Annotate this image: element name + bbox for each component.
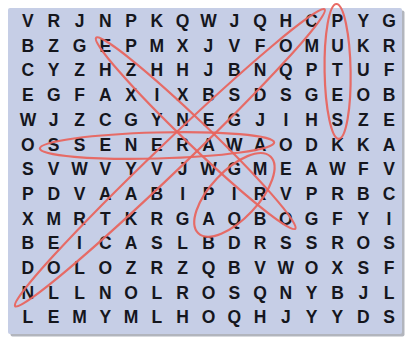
- cell-r9c5: K: [118, 207, 144, 232]
- cell-r13c7: H: [170, 306, 196, 331]
- cell-r4c15: B: [376, 84, 402, 109]
- cell-r5c13: S: [325, 108, 351, 133]
- cell-r13c10: H: [247, 306, 273, 331]
- cell-r6c7: R: [170, 133, 196, 158]
- cell-r13c8: O: [196, 306, 222, 331]
- cell-r5c8: E: [196, 108, 222, 133]
- cell-r8c12: P: [299, 182, 325, 207]
- cell-r10c3: I: [67, 232, 93, 257]
- cell-r13c13: Y: [325, 306, 351, 331]
- cell-r3c4: H: [92, 59, 118, 84]
- cell-r11c9: B: [221, 256, 247, 281]
- cell-r10c10: R: [247, 232, 273, 257]
- cell-r2c2: Z: [41, 34, 67, 59]
- cell-r13c6: L: [144, 306, 170, 331]
- cell-r11c1: D: [15, 256, 41, 281]
- cell-r13c5: M: [118, 306, 144, 331]
- cell-r3c10: N: [247, 59, 273, 84]
- cell-r3c7: H: [170, 59, 196, 84]
- cell-r6c9: W: [221, 133, 247, 158]
- cell-r11c6: R: [144, 256, 170, 281]
- cell-r7c9: G: [221, 158, 247, 183]
- cell-r2c15: R: [376, 34, 402, 59]
- cell-r10c5: A: [118, 232, 144, 257]
- cell-r11c13: X: [325, 256, 351, 281]
- cell-r8c14: B: [350, 182, 376, 207]
- cell-r11c5: Z: [118, 256, 144, 281]
- cell-r1c15: G: [376, 10, 402, 35]
- cell-r12c7: R: [170, 281, 196, 306]
- cell-r7c10: M: [247, 158, 273, 183]
- cell-r8c4: A: [92, 182, 118, 207]
- cell-r7c7: J: [170, 158, 196, 183]
- cell-r2c1: B: [15, 34, 41, 59]
- cell-r13c2: E: [41, 306, 67, 331]
- cell-r2c5: P: [118, 34, 144, 59]
- cell-r9c1: X: [15, 207, 41, 232]
- cell-r1c14: Y: [350, 10, 376, 35]
- cell-r9c6: R: [144, 207, 170, 232]
- cell-r10c8: B: [196, 232, 222, 257]
- cell-r4c1: E: [15, 84, 41, 109]
- cell-r8c2: D: [41, 182, 67, 207]
- cell-r6c14: K: [350, 133, 376, 158]
- cell-r3c3: Z: [67, 59, 93, 84]
- cell-r10c11: S: [273, 232, 299, 257]
- cell-r13c3: M: [67, 306, 93, 331]
- cell-r3c15: F: [376, 59, 402, 84]
- cell-r1c3: J: [67, 10, 93, 35]
- cell-r5c6: Y: [144, 108, 170, 133]
- cell-r8c15: C: [376, 182, 402, 207]
- cell-r6c10: A: [247, 133, 273, 158]
- cell-r8c13: R: [325, 182, 351, 207]
- cell-r2c12: M: [299, 34, 325, 59]
- cell-r12c9: S: [221, 281, 247, 306]
- cell-r7c13: W: [325, 158, 351, 183]
- cell-r2c7: X: [170, 34, 196, 59]
- cell-r9c15: I: [376, 207, 402, 232]
- letter-grid: VRJNPKQWJQHCPYGBZGEPMXJVFOMUKRCYZHZHHJBN…: [8, 8, 402, 330]
- cell-r12c5: O: [118, 281, 144, 306]
- cell-r2c6: M: [144, 34, 170, 59]
- cell-r12c10: Q: [247, 281, 273, 306]
- cell-r12c1: N: [15, 281, 41, 306]
- cell-r2c4: E: [92, 34, 118, 59]
- cell-r3c11: Q: [273, 59, 299, 84]
- cell-r5c1: W: [15, 108, 41, 133]
- cell-r2c8: J: [196, 34, 222, 59]
- cell-r12c4: N: [92, 281, 118, 306]
- cell-r6c11: O: [273, 133, 299, 158]
- cell-r5c9: G: [221, 108, 247, 133]
- cell-r13c11: J: [273, 306, 299, 331]
- cell-r7c6: V: [144, 158, 170, 183]
- cell-r4c5: X: [118, 84, 144, 109]
- cell-r8c3: V: [67, 182, 93, 207]
- cell-r13c9: Q: [221, 306, 247, 331]
- cell-r5c4: C: [92, 108, 118, 133]
- cell-r9c2: M: [41, 207, 67, 232]
- cell-r12c11: N: [273, 281, 299, 306]
- cell-r9c14: Y: [350, 207, 376, 232]
- cell-r2c14: K: [350, 34, 376, 59]
- cell-r12c3: L: [67, 281, 93, 306]
- cell-r10c1: B: [15, 232, 41, 257]
- cell-r10c7: L: [170, 232, 196, 257]
- cell-r4c8: B: [196, 84, 222, 109]
- cell-r3c2: Y: [41, 59, 67, 84]
- cell-r3c14: U: [350, 59, 376, 84]
- cell-r8c6: B: [144, 182, 170, 207]
- cell-r13c1: L: [15, 306, 41, 331]
- cell-r4c7: X: [170, 84, 196, 109]
- cell-r10c6: S: [144, 232, 170, 257]
- cell-r13c4: Y: [92, 306, 118, 331]
- cell-r5c2: J: [41, 108, 67, 133]
- cell-r4c12: G: [299, 84, 325, 109]
- cell-r2c3: G: [67, 34, 93, 59]
- cell-r4c9: S: [221, 84, 247, 109]
- cell-r10c4: C: [92, 232, 118, 257]
- cell-r8c10: R: [247, 182, 273, 207]
- cell-r10c14: O: [350, 232, 376, 257]
- cell-r11c7: Z: [170, 256, 196, 281]
- cell-r6c3: S: [67, 133, 93, 158]
- cell-r9c11: O: [273, 207, 299, 232]
- cell-r12c2: L: [41, 281, 67, 306]
- cell-r6c4: E: [92, 133, 118, 158]
- cell-r3c6: H: [144, 59, 170, 84]
- cell-r4c10: D: [247, 84, 273, 109]
- cell-r8c9: I: [221, 182, 247, 207]
- cell-r5c5: G: [118, 108, 144, 133]
- cell-r9c12: G: [299, 207, 325, 232]
- cell-r1c12: C: [299, 10, 325, 35]
- cell-r11c10: V: [247, 256, 273, 281]
- cell-r7c5: Y: [118, 158, 144, 183]
- cell-r9c13: F: [325, 207, 351, 232]
- cell-r8c1: P: [15, 182, 41, 207]
- cell-r8c11: V: [273, 182, 299, 207]
- cell-r6c2: S: [41, 133, 67, 158]
- cell-r11c12: O: [299, 256, 325, 281]
- cell-r4c6: I: [144, 84, 170, 109]
- cell-r5c7: N: [170, 108, 196, 133]
- cell-r4c14: O: [350, 84, 376, 109]
- cell-r2c9: V: [221, 34, 247, 59]
- cell-r9c8: A: [196, 207, 222, 232]
- cell-r12c8: O: [196, 281, 222, 306]
- cell-r9c9: Q: [221, 207, 247, 232]
- cell-r1c1: V: [15, 10, 41, 35]
- cell-r6c15: A: [376, 133, 402, 158]
- cell-r2c10: F: [247, 34, 273, 59]
- cell-r7c14: F: [350, 158, 376, 183]
- cell-r4c4: A: [92, 84, 118, 109]
- cell-r12c12: Y: [299, 281, 325, 306]
- cell-r1c4: N: [92, 10, 118, 35]
- cell-r11c8: Q: [196, 256, 222, 281]
- cell-r10c2: E: [41, 232, 67, 257]
- cell-r5c10: J: [247, 108, 273, 133]
- cell-r13c14: D: [350, 306, 376, 331]
- cell-r6c12: D: [299, 133, 325, 158]
- cell-r4c11: S: [273, 84, 299, 109]
- cell-r12c13: B: [325, 281, 351, 306]
- cell-r11c4: O: [92, 256, 118, 281]
- cell-r3c12: P: [299, 59, 325, 84]
- cell-r1c13: P: [325, 10, 351, 35]
- cell-r11c14: S: [350, 256, 376, 281]
- cell-r12c15: L: [376, 281, 402, 306]
- cell-r11c3: L: [67, 256, 93, 281]
- cell-r9c10: B: [247, 207, 273, 232]
- cell-r1c5: P: [118, 10, 144, 35]
- cell-r5c3: Z: [67, 108, 93, 133]
- cell-r10c13: R: [325, 232, 351, 257]
- cell-r6c8: A: [196, 133, 222, 158]
- cell-r1c10: Q: [247, 10, 273, 35]
- cell-r7c12: A: [299, 158, 325, 183]
- cell-r7c2: V: [41, 158, 67, 183]
- cell-r6c1: O: [15, 133, 41, 158]
- cell-r3c1: C: [15, 59, 41, 84]
- cell-r9c3: R: [67, 207, 93, 232]
- cell-r10c15: S: [376, 232, 402, 257]
- cell-r1c11: H: [273, 10, 299, 35]
- cell-r13c12: Y: [299, 306, 325, 331]
- cell-r7c8: W: [196, 158, 222, 183]
- word-search-board: VRJNPKQWJQHCPYGBZGEPMXJVFOMUKRCYZHZHHJBN…: [8, 8, 402, 334]
- cell-r7c1: S: [15, 158, 41, 183]
- cell-r3c5: Z: [118, 59, 144, 84]
- cell-r10c9: D: [221, 232, 247, 257]
- cell-r12c6: L: [144, 281, 170, 306]
- cell-r6c13: K: [325, 133, 351, 158]
- cell-r2c13: U: [325, 34, 351, 59]
- cell-r10c12: S: [299, 232, 325, 257]
- cell-r7c11: E: [273, 158, 299, 183]
- cell-r2c11: O: [273, 34, 299, 59]
- cell-r5c14: Z: [350, 108, 376, 133]
- cell-r9c4: T: [92, 207, 118, 232]
- cell-r8c5: A: [118, 182, 144, 207]
- cell-r7c15: V: [376, 158, 402, 183]
- cell-r6c6: E: [144, 133, 170, 158]
- cell-r11c2: O: [41, 256, 67, 281]
- cell-r8c7: I: [170, 182, 196, 207]
- cell-r5c15: E: [376, 108, 402, 133]
- cell-r7c3: W: [67, 158, 93, 183]
- cell-r6c5: N: [118, 133, 144, 158]
- cell-r4c2: G: [41, 84, 67, 109]
- cell-r3c8: J: [196, 59, 222, 84]
- cell-r11c11: W: [273, 256, 299, 281]
- cell-r5c11: I: [273, 108, 299, 133]
- cell-r3c9: B: [221, 59, 247, 84]
- cell-r5c12: H: [299, 108, 325, 133]
- cell-r4c3: F: [67, 84, 93, 109]
- cell-r11c15: F: [376, 256, 402, 281]
- cell-r1c7: Q: [170, 10, 196, 35]
- cell-r1c9: J: [221, 10, 247, 35]
- cell-r13c15: S: [376, 306, 402, 331]
- cell-r1c6: K: [144, 10, 170, 35]
- cell-r9c7: G: [170, 207, 196, 232]
- cell-r1c2: R: [41, 10, 67, 35]
- cell-r3c13: T: [325, 59, 351, 84]
- cell-r12c14: J: [350, 281, 376, 306]
- cell-r1c8: W: [196, 10, 222, 35]
- cell-r4c13: E: [325, 84, 351, 109]
- cell-r8c8: P: [196, 182, 222, 207]
- cell-r7c4: V: [92, 158, 118, 183]
